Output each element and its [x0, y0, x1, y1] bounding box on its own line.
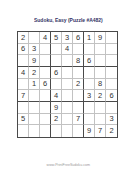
cell-r5c4: [51, 79, 62, 91]
page-title-text: Sudoku, Easy (Puzzle #A482): [34, 18, 103, 24]
cell-r2c9: [106, 44, 117, 56]
cell-r7c1: [18, 102, 29, 114]
cell-r7c6: [73, 102, 84, 114]
cell-r4c6: [73, 67, 84, 79]
cell-r4c2: 2: [29, 67, 40, 79]
cell-r9c9: 2: [106, 125, 117, 137]
cell-r8c7: [84, 114, 95, 126]
cell-r8c4: 2: [51, 114, 62, 126]
cell-r2c6: [73, 44, 84, 56]
cell-r5c3: 6: [40, 79, 51, 91]
cell-r5c9: [106, 79, 117, 91]
cell-r4c1: 4: [18, 67, 29, 79]
cell-r1c5: 3: [62, 32, 73, 44]
cell-r7c8: [95, 102, 106, 114]
cell-r6c3: [40, 90, 51, 102]
cell-r1c9: [106, 32, 117, 44]
cell-r1c3: 4: [40, 32, 51, 44]
cell-r3c4: [51, 55, 62, 67]
cell-r3c8: [95, 55, 106, 67]
cell-r6c1: 7: [18, 90, 29, 102]
cell-r8c6: 7: [73, 114, 84, 126]
cell-r4c7: [84, 67, 95, 79]
page-title: Sudoku, Easy (Puzzle #A482): [0, 11, 136, 29]
cell-r9c8: 7: [95, 125, 106, 137]
cell-r5c7: [84, 79, 95, 91]
cell-r3c9: [106, 55, 117, 67]
cell-r4c9: [106, 67, 117, 79]
cell-r5c5: [62, 79, 73, 91]
cell-r3c5: [62, 55, 73, 67]
cell-r9c4: [51, 125, 62, 137]
cell-r8c2: [29, 114, 40, 126]
cell-r1c4: 5: [51, 32, 62, 44]
cell-r6c9: 6: [106, 90, 117, 102]
cell-r4c5: [62, 67, 73, 79]
cell-r7c5: [62, 102, 73, 114]
cell-r4c4: 6: [51, 67, 62, 79]
cell-r7c4: 9: [51, 102, 62, 114]
cell-r3c2: 9: [29, 55, 40, 67]
cell-r2c4: [51, 44, 62, 56]
cell-r5c8: 8: [95, 79, 106, 91]
cell-r1c2: [29, 32, 40, 44]
cell-r8c8: [95, 114, 106, 126]
cell-r7c2: [29, 102, 40, 114]
cell-r5c1: [18, 79, 29, 91]
cell-r3c6: 8: [73, 55, 84, 67]
cell-r6c5: [62, 90, 73, 102]
cell-r1c6: 6: [73, 32, 84, 44]
cell-r3c1: [18, 55, 29, 67]
footer-url-text: www.PrintFreeSudoku.com: [46, 163, 89, 167]
cell-r2c7: [84, 44, 95, 56]
cell-r1c8: 9: [95, 32, 106, 44]
cell-r2c3: [40, 44, 51, 56]
cell-r9c5: [62, 125, 73, 137]
cell-r8c9: 3: [106, 114, 117, 126]
cell-r9c6: [73, 125, 84, 137]
footer: www.PrintFreeSudoku.com: [0, 151, 136, 169]
cell-r5c6: 2: [73, 79, 84, 91]
cell-r2c1: 6: [18, 44, 29, 56]
cell-r6c7: 3: [84, 90, 95, 102]
cell-r7c7: [84, 102, 95, 114]
cell-r3c7: 6: [84, 55, 95, 67]
cell-r2c8: [95, 44, 106, 56]
sudoku-page: Sudoku, Easy (Puzzle #A482) 245361963498…: [0, 0, 136, 176]
sudoku-board: 245361963498642616287432695273972: [17, 31, 118, 138]
cell-r9c1: [18, 125, 29, 137]
cell-r7c3: [40, 102, 51, 114]
cell-r3c3: [40, 55, 51, 67]
cell-r6c6: [73, 90, 84, 102]
cell-r6c4: 4: [51, 90, 62, 102]
cell-r2c5: 4: [62, 44, 73, 56]
cell-r6c8: 2: [95, 90, 106, 102]
cell-r8c1: 5: [18, 114, 29, 126]
cell-r5c2: 1: [29, 79, 40, 91]
cell-r9c2: [29, 125, 40, 137]
cell-r4c3: [40, 67, 51, 79]
cell-r1c7: 1: [84, 32, 95, 44]
cell-r7c9: [106, 102, 117, 114]
cell-r9c7: 9: [84, 125, 95, 137]
cell-r2c2: 3: [29, 44, 40, 56]
cell-r8c5: [62, 114, 73, 126]
cell-r6c2: [29, 90, 40, 102]
cell-r4c8: [95, 67, 106, 79]
cell-r9c3: [40, 125, 51, 137]
cell-r1c1: 2: [18, 32, 29, 44]
cell-r8c3: [40, 114, 51, 126]
